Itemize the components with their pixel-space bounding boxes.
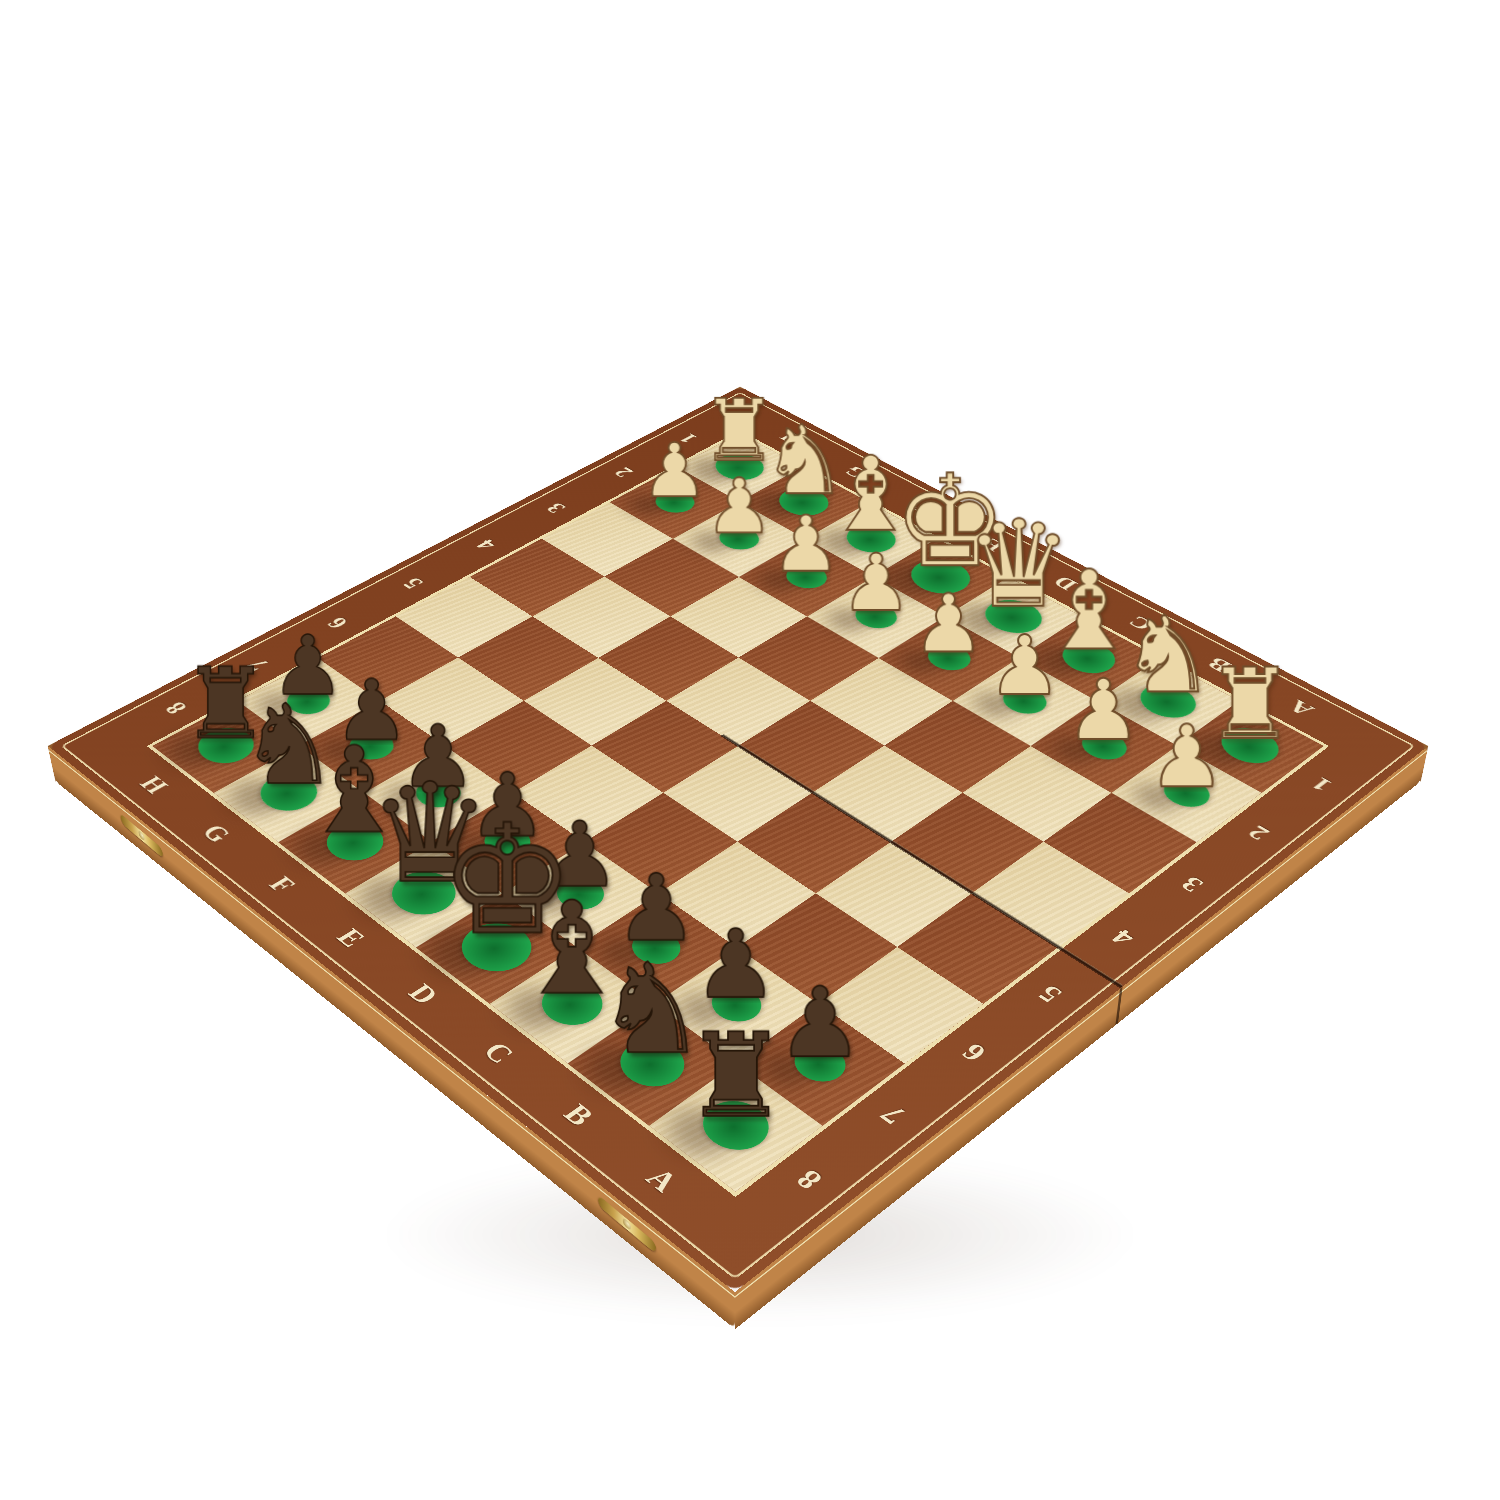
rank-label-7-afile-edge: 7 [875, 1101, 912, 1129]
board-squares: ♜♞♝♚♛♝♞♜♟♟♟♟♟♟♟♟♟♟♟♟♟♟♟♟♜♞♝♛♚♝♞♜ [147, 430, 1329, 1197]
brass-latch [120, 813, 164, 859]
file-label-e-black-edge: E [331, 925, 371, 951]
file-label-b-black-edge: B [558, 1099, 600, 1130]
rank-label-5-afile-edge: 5 [1033, 981, 1068, 1006]
black-rook[interactable]: ♜ [675, 1022, 797, 1132]
rank-label-3-hfile-edge: 3 [541, 500, 570, 516]
square-a2[interactable]: ♟ [1112, 746, 1262, 842]
chess-board: ♜♞♝♚♛♝♞♜♟♟♟♟♟♟♟♟♟♟♟♟♟♟♟♟♜♞♝♛♚♝♞♜ AA88BB7… [48, 387, 1428, 1293]
rank-label-2-afile-edge: 2 [1242, 822, 1273, 844]
file-label-d-black-edge: D [402, 980, 444, 1009]
file-label-c-black-edge: C [478, 1038, 520, 1068]
rank-label-8-afile-edge: 8 [790, 1165, 828, 1194]
rank-label-6-afile-edge: 6 [956, 1040, 992, 1066]
product-photo-scene: ♜♞♝♚♛♝♞♜♟♟♟♟♟♟♟♟♟♟♟♟♟♟♟♟♜♞♝♛♚♝♞♜ AA88BB7… [0, 0, 1500, 1500]
rank-label-1-afile-edge: 1 [1306, 774, 1337, 795]
rank-label-5-hfile-edge: 5 [398, 575, 428, 592]
rank-label-4-afile-edge: 4 [1106, 926, 1139, 950]
file-label-f-black-edge: F [264, 872, 302, 896]
white-pawn[interactable]: ♟ [1134, 717, 1240, 799]
rank-label-3-afile-edge: 3 [1176, 873, 1208, 896]
rank-label-4-hfile-edge: 4 [471, 537, 501, 553]
file-label-g-black-edge: G [197, 820, 237, 846]
file-label-a-black-edge: A [640, 1163, 684, 1196]
file-label-h-black-edge: H [135, 772, 174, 797]
